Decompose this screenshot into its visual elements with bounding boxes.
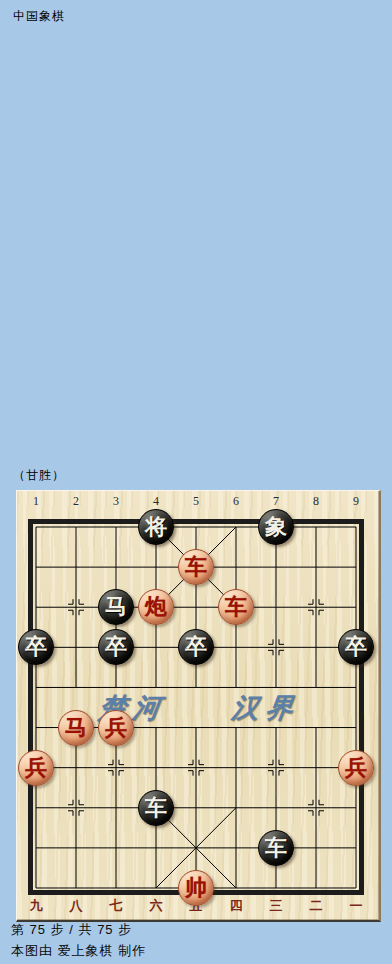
river-label-right: 汉界 xyxy=(229,690,302,726)
piece-glyph: 卒 xyxy=(345,636,367,658)
piece-red-兵[interactable]: 兵 xyxy=(98,710,134,746)
piece-black-马[interactable]: 马 xyxy=(98,589,134,625)
piece-glyph: 卒 xyxy=(25,636,47,658)
piece-glyph: 车 xyxy=(185,556,207,578)
result-annotation: （甘胜） xyxy=(13,467,65,484)
piece-glyph: 帅 xyxy=(185,877,207,899)
piece-glyph: 卒 xyxy=(105,636,127,658)
file-label-bottom: 六 xyxy=(145,897,167,915)
file-label-top: 7 xyxy=(265,494,287,509)
piece-glyph: 将 xyxy=(145,516,167,538)
xiangqi-board: 123456789 九八七六五四三二一 楚河 汉界 将象车马炮车卒卒卒卒马兵兵兵… xyxy=(16,490,381,922)
piece-glyph: 车 xyxy=(145,797,167,819)
file-label-top: 6 xyxy=(225,494,247,509)
file-label-top: 3 xyxy=(105,494,127,509)
file-label-bottom: 二 xyxy=(305,897,327,915)
piece-red-车[interactable]: 车 xyxy=(218,589,254,625)
piece-red-兵[interactable]: 兵 xyxy=(338,750,374,786)
file-label-bottom: 一 xyxy=(345,897,367,915)
file-label-bottom: 八 xyxy=(65,897,87,915)
piece-black-象[interactable]: 象 xyxy=(258,509,294,545)
piece-glyph: 象 xyxy=(265,516,287,538)
move-counter: 第 75 步 / 共 75 步 xyxy=(11,921,132,939)
file-label-bottom: 七 xyxy=(105,897,127,915)
piece-red-车[interactable]: 车 xyxy=(178,549,214,585)
piece-red-帅[interactable]: 帅 xyxy=(178,870,214,906)
file-label-bottom: 九 xyxy=(25,897,47,915)
piece-black-车[interactable]: 车 xyxy=(138,790,174,826)
app-window: 中国象棋 （甘胜） 123456789 九八七六五四三二一 楚河 汉界 将象车马… xyxy=(0,0,392,964)
piece-glyph: 兵 xyxy=(25,757,47,779)
piece-glyph: 兵 xyxy=(345,757,367,779)
piece-red-马[interactable]: 马 xyxy=(58,710,94,746)
piece-black-将[interactable]: 将 xyxy=(138,509,174,545)
file-label-bottom: 四 xyxy=(225,897,247,915)
file-label-top: 4 xyxy=(145,494,167,509)
file-label-top: 2 xyxy=(65,494,87,509)
file-label-top: 5 xyxy=(185,494,207,509)
app-title: 中国象棋 xyxy=(13,8,65,25)
file-label-top: 8 xyxy=(305,494,327,509)
piece-glyph: 兵 xyxy=(105,717,127,739)
piece-glyph: 卒 xyxy=(185,636,207,658)
piece-glyph: 炮 xyxy=(145,596,167,618)
file-label-bottom: 三 xyxy=(265,897,287,915)
piece-glyph: 车 xyxy=(225,596,247,618)
credit-line: 本图由 爱上象棋 制作 xyxy=(11,942,146,960)
piece-black-车[interactable]: 车 xyxy=(258,830,294,866)
piece-red-炮[interactable]: 炮 xyxy=(138,589,174,625)
piece-glyph: 车 xyxy=(265,837,287,859)
piece-glyph: 马 xyxy=(65,717,87,739)
piece-red-兵[interactable]: 兵 xyxy=(18,750,54,786)
file-label-top: 1 xyxy=(25,494,47,509)
file-label-top: 9 xyxy=(345,494,367,509)
piece-glyph: 马 xyxy=(105,596,127,618)
